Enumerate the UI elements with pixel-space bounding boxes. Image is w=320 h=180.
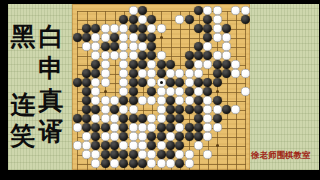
white-stone xyxy=(91,87,100,96)
white-stone xyxy=(147,96,156,105)
black-stone xyxy=(119,114,128,123)
black-stone xyxy=(222,60,231,69)
white-stone xyxy=(110,114,119,123)
black-stone xyxy=(82,114,91,123)
white-stone xyxy=(157,24,166,33)
black-stone xyxy=(73,78,82,87)
white-stone xyxy=(91,51,100,60)
black-stone xyxy=(241,15,250,24)
white-stone xyxy=(213,15,222,24)
black-stone xyxy=(110,42,119,51)
black-stone xyxy=(203,33,212,42)
black-stone xyxy=(110,105,119,114)
white-stone xyxy=(194,141,203,150)
white-stone xyxy=(91,42,100,51)
white-stone xyxy=(185,159,194,168)
video-thumbnail: 黑连笑 白申真谞 徐老师围棋教室 xyxy=(0,0,320,180)
white-stone xyxy=(91,159,100,168)
go-board xyxy=(72,4,250,170)
black-stone xyxy=(166,123,175,132)
black-stone xyxy=(194,132,203,141)
white-stone xyxy=(203,60,212,69)
black-stone xyxy=(203,78,212,87)
white-stone xyxy=(91,150,100,159)
black-stone xyxy=(194,78,203,87)
white-stone xyxy=(222,42,231,51)
white-stone xyxy=(129,123,138,132)
black-stone xyxy=(175,132,184,141)
black-player-char: 连 xyxy=(9,90,37,118)
white-stone xyxy=(73,141,82,150)
white-stone xyxy=(110,159,119,168)
white-player-char: 谞 xyxy=(37,117,65,145)
black-stone xyxy=(194,24,203,33)
white-stone xyxy=(231,6,240,15)
white-stone xyxy=(203,114,212,123)
white-stone xyxy=(82,141,91,150)
white-stone xyxy=(129,132,138,141)
black-stone xyxy=(175,159,184,168)
black-stone xyxy=(91,141,100,150)
black-stone xyxy=(73,33,82,42)
black-stone xyxy=(194,6,203,15)
white-stone xyxy=(138,15,147,24)
white-stone xyxy=(185,150,194,159)
black-stone xyxy=(213,78,222,87)
black-stone xyxy=(129,96,138,105)
white-stone xyxy=(129,51,138,60)
white-stone xyxy=(82,150,91,159)
black-stone xyxy=(82,24,91,33)
black-stone xyxy=(147,87,156,96)
black-stone xyxy=(157,132,166,141)
black-stone xyxy=(82,87,91,96)
black-stone xyxy=(138,6,147,15)
black-stone xyxy=(203,15,212,24)
white-stone xyxy=(166,159,175,168)
black-stone xyxy=(185,60,194,69)
white-stone xyxy=(110,123,119,132)
black-stone xyxy=(203,87,212,96)
black-stone xyxy=(175,141,184,150)
white-stone xyxy=(157,114,166,123)
white-player-char: 白 xyxy=(37,22,65,50)
black-stone xyxy=(129,78,138,87)
white-stone xyxy=(119,69,128,78)
white-stone xyxy=(231,105,240,114)
white-stone xyxy=(101,24,110,33)
black-stone xyxy=(91,24,100,33)
black-stone xyxy=(166,96,175,105)
white-stone xyxy=(175,150,184,159)
black-stone xyxy=(110,150,119,159)
star-point xyxy=(216,90,219,93)
white-stone xyxy=(147,114,156,123)
black-stone xyxy=(91,123,100,132)
white-stone xyxy=(147,24,156,33)
white-stone xyxy=(119,78,128,87)
black-stone xyxy=(101,150,110,159)
white-stone xyxy=(110,51,119,60)
black-stone xyxy=(138,78,147,87)
black-stone xyxy=(147,33,156,42)
black-stone xyxy=(213,96,222,105)
black-stone xyxy=(166,60,175,69)
black-stone xyxy=(157,150,166,159)
white-stone xyxy=(203,96,212,105)
white-stone xyxy=(138,69,147,78)
white-stone xyxy=(166,69,175,78)
black-stone xyxy=(175,78,184,87)
last-move-marker xyxy=(160,81,163,84)
white-stone xyxy=(203,150,212,159)
black-stone xyxy=(175,114,184,123)
black-stone xyxy=(194,105,203,114)
white-stone xyxy=(185,69,194,78)
black-stone xyxy=(119,123,128,132)
black-stone xyxy=(166,105,175,114)
black-stone xyxy=(203,24,212,33)
black-stone xyxy=(213,60,222,69)
black-stone xyxy=(157,60,166,69)
black-player-char: 黑 xyxy=(9,22,37,50)
white-stone xyxy=(101,96,110,105)
white-stone xyxy=(203,105,212,114)
white-stone xyxy=(101,51,110,60)
black-stone xyxy=(194,114,203,123)
black-stone xyxy=(91,60,100,69)
black-player-column: 黑连笑 xyxy=(9,0,37,166)
black-stone xyxy=(157,69,166,78)
white-stone xyxy=(231,60,240,69)
white-stone xyxy=(119,60,128,69)
white-stone xyxy=(119,141,128,150)
black-stone xyxy=(101,42,110,51)
black-stone xyxy=(138,24,147,33)
white-stone xyxy=(101,114,110,123)
black-stone xyxy=(129,69,138,78)
black-stone xyxy=(101,159,110,168)
black-stone xyxy=(119,159,128,168)
black-stone xyxy=(185,123,194,132)
white-stone xyxy=(147,78,156,87)
white-stone xyxy=(119,42,128,51)
black-stone xyxy=(185,51,194,60)
white-stone xyxy=(101,105,110,114)
white-stone xyxy=(157,51,166,60)
star-point xyxy=(104,90,107,93)
white-stone xyxy=(213,123,222,132)
black-stone xyxy=(82,33,91,42)
black-stone xyxy=(194,42,203,51)
black-stone xyxy=(147,51,156,60)
black-stone xyxy=(129,60,138,69)
white-stone xyxy=(213,33,222,42)
black-stone xyxy=(147,42,156,51)
white-stone xyxy=(157,87,166,96)
star-point xyxy=(216,144,219,147)
black-stone xyxy=(119,150,128,159)
black-stone xyxy=(175,105,184,114)
white-stone xyxy=(213,51,222,60)
black-stone xyxy=(147,15,156,24)
black-stone xyxy=(185,15,194,24)
white-stone xyxy=(91,96,100,105)
white-stone xyxy=(138,96,147,105)
white-stone xyxy=(213,105,222,114)
white-stone xyxy=(175,96,184,105)
white-stone xyxy=(203,132,212,141)
white-stone xyxy=(110,132,119,141)
black-stone xyxy=(129,24,138,33)
white-stone xyxy=(91,78,100,87)
white-stone xyxy=(91,114,100,123)
black-stone xyxy=(110,141,119,150)
black-stone xyxy=(194,96,203,105)
white-stone xyxy=(101,60,110,69)
black-stone xyxy=(138,114,147,123)
white-stone xyxy=(147,69,156,78)
black-stone xyxy=(119,15,128,24)
black-stone xyxy=(82,69,91,78)
black-stone xyxy=(82,105,91,114)
white-stone xyxy=(175,123,184,132)
white-stone xyxy=(166,132,175,141)
white-stone xyxy=(138,42,147,51)
black-stone xyxy=(166,141,175,150)
white-stone xyxy=(138,141,147,150)
white-stone xyxy=(119,51,128,60)
white-stone xyxy=(82,132,91,141)
white-stone xyxy=(157,141,166,150)
white-stone xyxy=(119,24,128,33)
white-stone xyxy=(203,6,212,15)
black-stone xyxy=(129,150,138,159)
black-stone xyxy=(185,87,194,96)
black-stone xyxy=(213,69,222,78)
white-stone xyxy=(203,123,212,132)
white-stone xyxy=(101,132,110,141)
white-stone xyxy=(166,87,175,96)
white-stone xyxy=(194,87,203,96)
white-stone xyxy=(175,87,184,96)
white-stone xyxy=(129,105,138,114)
white-stone xyxy=(101,78,110,87)
white-stone xyxy=(147,60,156,69)
black-stone xyxy=(91,69,100,78)
black-stone xyxy=(91,105,100,114)
white-stone xyxy=(241,6,250,15)
white-stone xyxy=(110,96,119,105)
black-stone xyxy=(166,78,175,87)
white-stone xyxy=(73,123,82,132)
white-player-char: 真 xyxy=(37,86,65,114)
black-stone xyxy=(82,123,91,132)
black-stone xyxy=(129,87,138,96)
white-stone xyxy=(222,33,231,42)
black-stone xyxy=(91,132,100,141)
black-stone xyxy=(222,24,231,33)
white-stone xyxy=(185,78,194,87)
white-stone xyxy=(129,141,138,150)
black-stone xyxy=(119,132,128,141)
black-stone xyxy=(82,96,91,105)
black-stone xyxy=(194,51,203,60)
black-stone xyxy=(129,15,138,24)
black-stone xyxy=(138,33,147,42)
white-stone xyxy=(119,33,128,42)
white-stone xyxy=(119,105,128,114)
black-player-char: 笑 xyxy=(9,121,37,149)
white-stone xyxy=(110,24,119,33)
black-stone xyxy=(138,60,147,69)
black-stone xyxy=(213,114,222,123)
black-stone xyxy=(101,123,110,132)
white-stone xyxy=(194,69,203,78)
white-stone xyxy=(157,159,166,168)
black-stone xyxy=(222,69,231,78)
white-stone xyxy=(241,87,250,96)
white-stone xyxy=(101,33,110,42)
white-stone xyxy=(175,15,184,24)
black-stone xyxy=(129,159,138,168)
white-stone xyxy=(129,42,138,51)
white-stone xyxy=(213,6,222,15)
star-point xyxy=(160,36,163,39)
black-stone xyxy=(185,132,194,141)
white-player-column: 白申真谞 xyxy=(37,0,65,166)
black-stone xyxy=(147,141,156,150)
white-stone xyxy=(213,24,222,33)
white-stone xyxy=(147,150,156,159)
white-stone xyxy=(138,150,147,159)
black-stone xyxy=(73,114,82,123)
black-stone xyxy=(129,114,138,123)
black-stone xyxy=(138,159,147,168)
white-stone xyxy=(157,96,166,105)
black-stone xyxy=(166,114,175,123)
white-stone xyxy=(119,87,128,96)
white-stone xyxy=(91,33,100,42)
white-stone xyxy=(138,132,147,141)
white-stone xyxy=(175,69,184,78)
black-stone xyxy=(110,33,119,42)
white-stone xyxy=(101,69,110,78)
black-stone xyxy=(138,51,147,60)
white-stone xyxy=(138,123,147,132)
black-stone xyxy=(147,132,156,141)
black-stone xyxy=(194,123,203,132)
caption-text: 徐老师围棋教室 xyxy=(251,149,315,161)
black-stone xyxy=(119,96,128,105)
white-player-char: 申 xyxy=(37,54,65,82)
white-stone xyxy=(194,60,203,69)
black-stone xyxy=(203,51,212,60)
black-stone xyxy=(166,150,175,159)
white-stone xyxy=(222,51,231,60)
white-stone xyxy=(231,69,240,78)
black-stone xyxy=(222,105,231,114)
white-stone xyxy=(203,42,212,51)
white-stone xyxy=(157,78,166,87)
white-stone xyxy=(147,159,156,168)
white-stone xyxy=(129,6,138,15)
black-stone xyxy=(82,78,91,87)
black-stone xyxy=(185,105,194,114)
white-stone xyxy=(82,42,91,51)
white-stone xyxy=(129,33,138,42)
white-stone xyxy=(147,123,156,132)
black-stone xyxy=(101,141,110,150)
white-stone xyxy=(241,69,250,78)
black-stone xyxy=(157,123,166,132)
white-stone xyxy=(157,105,166,114)
white-stone xyxy=(185,96,194,105)
